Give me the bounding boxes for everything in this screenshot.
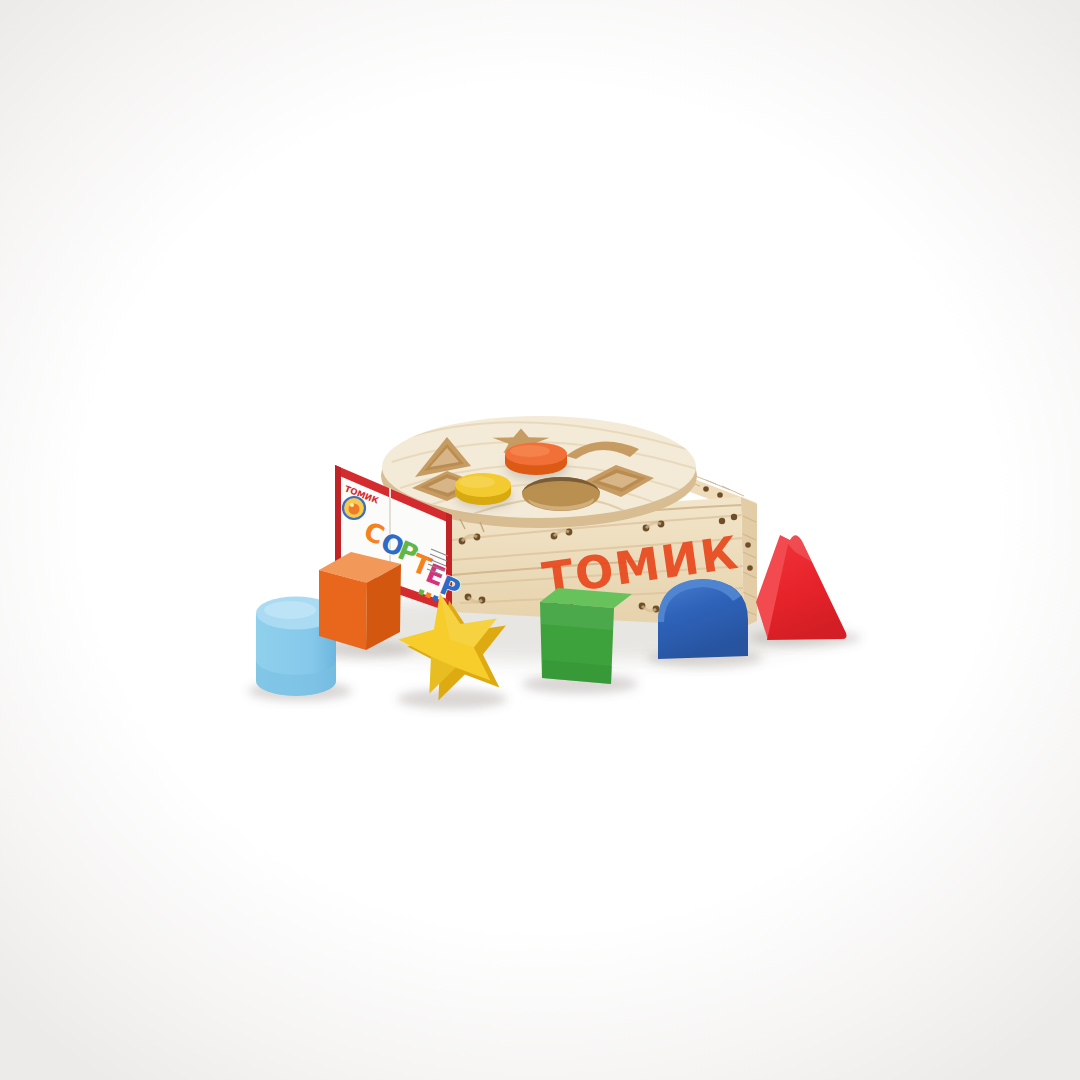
piece-blue-half-cylinder (658, 579, 748, 659)
shape-sorter-scene: ТОМИК (0, 0, 1080, 1080)
label-logo (343, 497, 365, 519)
piece-red-triangle (756, 535, 847, 640)
piece-orange-disc (505, 443, 568, 481)
piece-orange-cube (319, 552, 401, 650)
piece-yellow-oval (455, 473, 512, 508)
photo-background: ТОМИК (0, 0, 1080, 1080)
